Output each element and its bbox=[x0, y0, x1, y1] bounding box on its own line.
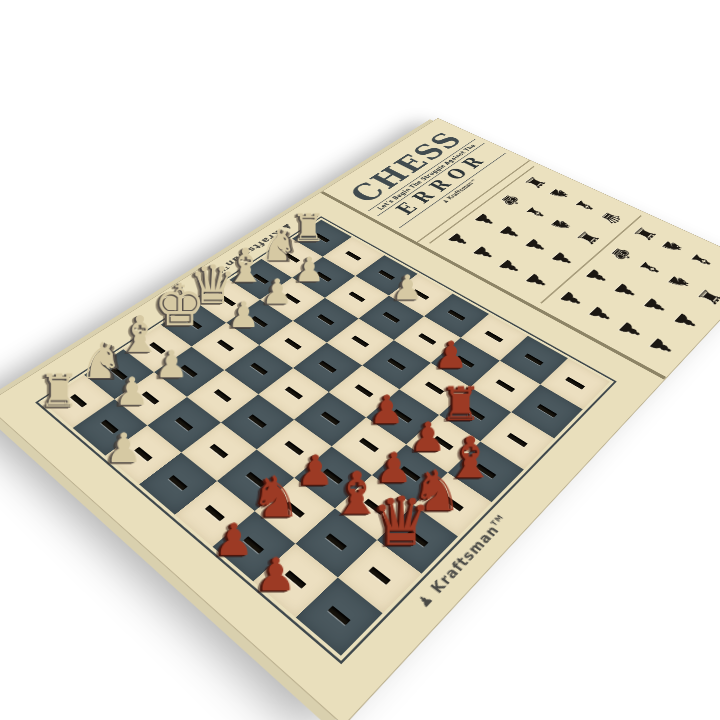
piece-slot bbox=[348, 291, 365, 302]
chess-piece-white-p[interactable]: ♟ bbox=[221, 297, 268, 333]
tray-slot-piece: ♝ bbox=[570, 197, 600, 215]
chess-piece-white-p[interactable]: ♟ bbox=[384, 270, 430, 305]
piece-slot bbox=[168, 475, 187, 491]
piece-slot bbox=[325, 533, 347, 550]
chess-piece-red-p[interactable]: ♟ bbox=[427, 336, 476, 373]
piece-slot bbox=[250, 363, 268, 376]
tray-slot-piece: ♜ bbox=[572, 228, 603, 247]
piece-slot bbox=[495, 379, 515, 392]
piece-slot bbox=[388, 358, 407, 370]
piece-slot bbox=[565, 377, 585, 390]
tray-slot-piece: ♞ bbox=[657, 237, 688, 256]
tray-slot-piece: ♜ bbox=[692, 286, 720, 308]
piece-slot bbox=[524, 353, 543, 365]
scene: CHESS Let's Begin The Struggle Against T… bbox=[0, 0, 720, 720]
tray-slot-piece: ♟ bbox=[584, 303, 618, 326]
piece-slot bbox=[284, 338, 302, 350]
tray-slot-piece: ♟ bbox=[495, 223, 525, 242]
piece-slot bbox=[213, 389, 231, 402]
piece-slot bbox=[507, 433, 528, 447]
tray-slot-piece: ♟ bbox=[547, 249, 578, 269]
tray-slot-piece: ♝ bbox=[634, 258, 666, 278]
tray-slot-piece: ♟ bbox=[613, 318, 647, 341]
tray-slot-piece: ♟ bbox=[581, 266, 613, 287]
piece-slot bbox=[345, 251, 361, 261]
tray-slot-piece: ♟ bbox=[520, 236, 551, 255]
piece-slot bbox=[368, 566, 391, 584]
tray-slot-piece: ♛ bbox=[715, 264, 720, 285]
piece-slot bbox=[485, 331, 504, 343]
board-square-c3-r8[interactable]: ♟ bbox=[105, 425, 181, 484]
piece-slot bbox=[175, 417, 193, 431]
tray-slot-piece: ♟ bbox=[520, 270, 552, 291]
piece-slot bbox=[317, 314, 334, 325]
chess-piece-white-p[interactable]: ♟ bbox=[106, 372, 157, 411]
piece-slot bbox=[351, 335, 369, 347]
tray-slot-piece: ♚ bbox=[496, 192, 525, 209]
chess-piece-red-p[interactable]: ♟ bbox=[245, 551, 306, 597]
tray-slot-piece: ♟ bbox=[555, 288, 588, 310]
tray-slot-piece: ♞ bbox=[546, 216, 576, 234]
tray-slot-piece: ♝ bbox=[686, 250, 718, 270]
tray-slot-piece: ♟ bbox=[468, 243, 499, 263]
tray-slot-piece: ♛ bbox=[596, 209, 626, 227]
piece-slot bbox=[328, 606, 351, 626]
chess-piece-white-p[interactable]: ♟ bbox=[96, 427, 150, 468]
tray-slot-piece: ♟ bbox=[609, 280, 642, 301]
tray-slot-piece: ♜ bbox=[521, 174, 550, 191]
tray-slot-piece: ♚ bbox=[606, 245, 637, 265]
tray-slot-piece: ♞ bbox=[663, 272, 695, 293]
tray-slot-piece: ♝ bbox=[521, 204, 551, 222]
piece-slot bbox=[537, 404, 558, 418]
chess-board-assembly: CHESS Let's Begin The Struggle Against T… bbox=[0, 118, 720, 720]
piece-slot bbox=[319, 360, 337, 372]
tray-slot-piece: ♟ bbox=[470, 211, 500, 229]
piece-slot bbox=[321, 412, 340, 426]
tray-slot-piece: ♟ bbox=[443, 230, 474, 249]
piece-slot bbox=[248, 414, 267, 428]
tray-slot-piece: ♟ bbox=[639, 294, 672, 316]
tray-slot-piece: ♞ bbox=[545, 185, 574, 202]
chess-piece-red-q[interactable]: ♛ bbox=[371, 488, 430, 556]
tray-slot-piece: ♟ bbox=[644, 334, 679, 358]
piece-slot bbox=[209, 444, 228, 459]
chess-piece-white-r[interactable]: ♜ bbox=[33, 368, 84, 414]
piece-slot bbox=[448, 310, 466, 321]
tray-slot-piece: ♟ bbox=[494, 257, 526, 277]
piece-slot bbox=[217, 340, 234, 352]
piece-slot bbox=[284, 387, 302, 400]
tray-slot-piece: ♜ bbox=[630, 224, 661, 243]
piece-slot bbox=[383, 312, 401, 323]
tray-slot-piece: ♟ bbox=[669, 309, 703, 332]
